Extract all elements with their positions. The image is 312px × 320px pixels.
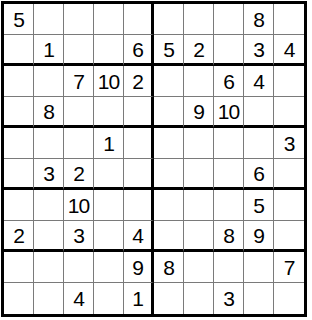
cell-r10c8[interactable]: 3 bbox=[214, 283, 244, 314]
cell-r8c10[interactable] bbox=[274, 221, 304, 252]
cell-r10c6[interactable] bbox=[154, 283, 184, 314]
cell-r5c9[interactable] bbox=[244, 128, 274, 159]
cell-r8c6[interactable] bbox=[154, 221, 184, 252]
cell-r6c5[interactable] bbox=[124, 159, 154, 190]
cell-r3c6[interactable] bbox=[154, 66, 184, 97]
cell-r10c10[interactable] bbox=[274, 283, 304, 314]
cell-r1c9[interactable]: 8 bbox=[244, 4, 274, 35]
cell-r5c5[interactable] bbox=[124, 128, 154, 159]
cell-r3c9[interactable]: 4 bbox=[244, 66, 274, 97]
cell-r5c2[interactable] bbox=[34, 128, 64, 159]
cell-r6c4[interactable] bbox=[94, 159, 124, 190]
cell-r1c6[interactable] bbox=[154, 4, 184, 35]
cell-r3c8[interactable]: 6 bbox=[214, 66, 244, 97]
cell-r2c3[interactable] bbox=[64, 35, 94, 66]
cell-r10c7[interactable] bbox=[184, 283, 214, 314]
cell-r3c1[interactable] bbox=[4, 66, 34, 97]
cell-r4c10[interactable] bbox=[274, 97, 304, 128]
cell-r9c6[interactable]: 8 bbox=[154, 252, 184, 283]
cell-r3c10[interactable] bbox=[274, 66, 304, 97]
cell-r6c10[interactable] bbox=[274, 159, 304, 190]
cell-r7c4[interactable] bbox=[94, 190, 124, 221]
cell-r9c3[interactable] bbox=[64, 252, 94, 283]
cell-r2c10[interactable]: 4 bbox=[274, 35, 304, 66]
cell-r8c1[interactable]: 2 bbox=[4, 221, 34, 252]
cell-r6c6[interactable] bbox=[154, 159, 184, 190]
sudoku-board: 5816523471026489101332610523489987413 bbox=[1, 1, 307, 317]
cell-r6c2[interactable]: 3 bbox=[34, 159, 64, 190]
cell-r3c2[interactable] bbox=[34, 66, 64, 97]
cell-r6c1[interactable] bbox=[4, 159, 34, 190]
cell-r3c7[interactable] bbox=[184, 66, 214, 97]
cell-r3c5[interactable]: 2 bbox=[124, 66, 154, 97]
cell-r9c5[interactable]: 9 bbox=[124, 252, 154, 283]
cell-r7c2[interactable] bbox=[34, 190, 64, 221]
cell-r4c8[interactable]: 10 bbox=[214, 97, 244, 128]
cell-r2c7[interactable]: 2 bbox=[184, 35, 214, 66]
cell-r7c1[interactable] bbox=[4, 190, 34, 221]
cell-r10c1[interactable] bbox=[4, 283, 34, 314]
cell-r6c3[interactable]: 2 bbox=[64, 159, 94, 190]
cell-r5c1[interactable] bbox=[4, 128, 34, 159]
cell-r6c7[interactable] bbox=[184, 159, 214, 190]
cell-r4c1[interactable] bbox=[4, 97, 34, 128]
cell-r1c2[interactable] bbox=[34, 4, 64, 35]
cell-r10c3[interactable]: 4 bbox=[64, 283, 94, 314]
cell-r5c7[interactable] bbox=[184, 128, 214, 159]
cell-r8c2[interactable] bbox=[34, 221, 64, 252]
cell-r7c3[interactable]: 10 bbox=[64, 190, 94, 221]
cell-r8c3[interactable]: 3 bbox=[64, 221, 94, 252]
cell-r5c4[interactable]: 1 bbox=[94, 128, 124, 159]
cell-r1c3[interactable] bbox=[64, 4, 94, 35]
cell-r1c4[interactable] bbox=[94, 4, 124, 35]
cell-r4c6[interactable] bbox=[154, 97, 184, 128]
cell-r8c7[interactable] bbox=[184, 221, 214, 252]
cell-r1c1[interactable]: 5 bbox=[4, 4, 34, 35]
cell-r6c9[interactable]: 6 bbox=[244, 159, 274, 190]
cell-r10c9[interactable] bbox=[244, 283, 274, 314]
cell-r5c3[interactable] bbox=[64, 128, 94, 159]
cell-r2c4[interactable] bbox=[94, 35, 124, 66]
cell-r10c4[interactable] bbox=[94, 283, 124, 314]
cell-r5c6[interactable] bbox=[154, 128, 184, 159]
cell-r4c4[interactable] bbox=[94, 97, 124, 128]
cell-r9c8[interactable] bbox=[214, 252, 244, 283]
cell-r7c9[interactable]: 5 bbox=[244, 190, 274, 221]
cell-r9c10[interactable]: 7 bbox=[274, 252, 304, 283]
cell-r9c7[interactable] bbox=[184, 252, 214, 283]
cell-r4c3[interactable] bbox=[64, 97, 94, 128]
cell-r10c5[interactable]: 1 bbox=[124, 283, 154, 314]
cell-r5c10[interactable]: 3 bbox=[274, 128, 304, 159]
cell-r4c5[interactable] bbox=[124, 97, 154, 128]
cell-r7c5[interactable] bbox=[124, 190, 154, 221]
cell-r9c1[interactable] bbox=[4, 252, 34, 283]
cell-r9c4[interactable] bbox=[94, 252, 124, 283]
cell-r2c8[interactable] bbox=[214, 35, 244, 66]
cell-r4c2[interactable]: 8 bbox=[34, 97, 64, 128]
cell-r8c9[interactable]: 9 bbox=[244, 221, 274, 252]
cell-r1c10[interactable] bbox=[274, 4, 304, 35]
cell-r6c8[interactable] bbox=[214, 159, 244, 190]
cell-r2c9[interactable]: 3 bbox=[244, 35, 274, 66]
cell-r2c1[interactable] bbox=[4, 35, 34, 66]
cell-r7c6[interactable] bbox=[154, 190, 184, 221]
cell-r3c4[interactable]: 10 bbox=[94, 66, 124, 97]
cell-r8c8[interactable]: 8 bbox=[214, 221, 244, 252]
cell-r10c2[interactable] bbox=[34, 283, 64, 314]
cell-r7c7[interactable] bbox=[184, 190, 214, 221]
cell-r4c7[interactable]: 9 bbox=[184, 97, 214, 128]
cell-r8c4[interactable] bbox=[94, 221, 124, 252]
cell-r5c8[interactable] bbox=[214, 128, 244, 159]
cell-r8c5[interactable]: 4 bbox=[124, 221, 154, 252]
cell-r9c9[interactable] bbox=[244, 252, 274, 283]
cell-r9c2[interactable] bbox=[34, 252, 64, 283]
cell-r7c8[interactable] bbox=[214, 190, 244, 221]
cell-r1c7[interactable] bbox=[184, 4, 214, 35]
cell-r3c3[interactable]: 7 bbox=[64, 66, 94, 97]
cell-r2c6[interactable]: 5 bbox=[154, 35, 184, 66]
cell-r2c5[interactable]: 6 bbox=[124, 35, 154, 66]
cell-r7c10[interactable] bbox=[274, 190, 304, 221]
cell-r4c9[interactable] bbox=[244, 97, 274, 128]
cell-r2c2[interactable]: 1 bbox=[34, 35, 64, 66]
cell-r1c8[interactable] bbox=[214, 4, 244, 35]
cell-r1c5[interactable] bbox=[124, 4, 154, 35]
